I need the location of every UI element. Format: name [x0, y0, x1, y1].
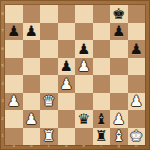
square-g5[interactable]: [110, 58, 128, 76]
square-f2[interactable]: ♝: [93, 110, 111, 128]
square-a6[interactable]: [5, 40, 23, 58]
piece-white-bishop-g1[interactable]: ♝: [112, 129, 125, 144]
square-g2[interactable]: ♟: [110, 110, 128, 128]
square-h7[interactable]: [128, 23, 146, 41]
square-h2[interactable]: [128, 110, 146, 128]
square-g8[interactable]: ♚: [110, 5, 128, 23]
square-h5[interactable]: [128, 58, 146, 76]
square-f5[interactable]: [93, 58, 111, 76]
square-a4[interactable]: [5, 75, 23, 93]
piece-white-pawn-e5[interactable]: ♟: [77, 59, 90, 74]
square-h1[interactable]: ♚: [128, 128, 146, 146]
square-e8[interactable]: [75, 5, 93, 23]
square-d8[interactable]: [58, 5, 76, 23]
piece-black-pawn-a7[interactable]: ♟: [7, 24, 20, 39]
square-d4[interactable]: ♟: [58, 75, 76, 93]
square-b8[interactable]: [23, 5, 41, 23]
piece-white-rook-c1[interactable]: ♜: [42, 129, 55, 144]
square-c7[interactable]: [40, 23, 58, 41]
piece-white-pawn-d4[interactable]: ♟: [60, 76, 73, 91]
square-h8[interactable]: [128, 5, 146, 23]
piece-white-king-h1[interactable]: ♚: [130, 129, 143, 144]
square-e3[interactable]: [75, 93, 93, 111]
square-d1[interactable]: [58, 128, 76, 146]
square-c5[interactable]: [40, 58, 58, 76]
square-b1[interactable]: [23, 128, 41, 146]
piece-black-bishop-f2[interactable]: ♝: [95, 111, 108, 126]
square-b3[interactable]: [23, 93, 41, 111]
square-d3[interactable]: [58, 93, 76, 111]
square-d5[interactable]: ♟: [58, 58, 76, 76]
square-c4[interactable]: [40, 75, 58, 93]
piece-white-pawn-h3[interactable]: ♟: [130, 94, 143, 109]
square-g6[interactable]: [110, 40, 128, 58]
square-h6[interactable]: ♟: [128, 40, 146, 58]
piece-white-pawn-g2[interactable]: ♟: [112, 111, 125, 126]
square-a1[interactable]: [5, 128, 23, 146]
piece-black-pawn-b7[interactable]: ♟: [25, 24, 38, 39]
square-g1[interactable]: ♝: [110, 128, 128, 146]
square-e2[interactable]: ♛: [75, 110, 93, 128]
square-f6[interactable]: [93, 40, 111, 58]
square-c1[interactable]: ♜: [40, 128, 58, 146]
square-a7[interactable]: ♟: [5, 23, 23, 41]
chess-board-screenshot: ♚♟♟♟♟♟♟♟♟♟♛♟♟♛♝♟♜♜♝♚ 87654321abcdefgh: [0, 0, 150, 150]
piece-black-pawn-h6[interactable]: ♟: [130, 41, 143, 56]
square-g7[interactable]: ♟: [110, 23, 128, 41]
square-e7[interactable]: [75, 23, 93, 41]
square-b5[interactable]: [23, 58, 41, 76]
square-f7[interactable]: [93, 23, 111, 41]
square-g3[interactable]: [110, 93, 128, 111]
square-d6[interactable]: [58, 40, 76, 58]
piece-white-pawn-a3[interactable]: ♟: [7, 94, 20, 109]
square-f1[interactable]: ♜: [93, 128, 111, 146]
piece-black-king-g8[interactable]: ♚: [112, 6, 125, 21]
piece-black-rook-f1[interactable]: ♜: [95, 129, 108, 144]
square-f8[interactable]: [93, 5, 111, 23]
square-a5[interactable]: [5, 58, 23, 76]
square-c3[interactable]: ♛: [40, 93, 58, 111]
square-b7[interactable]: ♟: [23, 23, 41, 41]
piece-black-pawn-d5[interactable]: ♟: [60, 59, 73, 74]
piece-black-queen-e2[interactable]: ♛: [77, 111, 90, 126]
square-e5[interactable]: ♟: [75, 58, 93, 76]
square-f3[interactable]: [93, 93, 111, 111]
square-b4[interactable]: [23, 75, 41, 93]
chess-board[interactable]: ♚♟♟♟♟♟♟♟♟♟♛♟♟♛♝♟♜♜♝♚: [5, 5, 145, 145]
piece-black-pawn-g7[interactable]: ♟: [112, 24, 125, 39]
square-a2[interactable]: [5, 110, 23, 128]
square-e6[interactable]: ♟: [75, 40, 93, 58]
square-b2[interactable]: ♟: [23, 110, 41, 128]
square-c6[interactable]: [40, 40, 58, 58]
piece-white-pawn-b2[interactable]: ♟: [25, 111, 38, 126]
square-h4[interactable]: [128, 75, 146, 93]
square-a8[interactable]: [5, 5, 23, 23]
square-c8[interactable]: [40, 5, 58, 23]
square-e1[interactable]: [75, 128, 93, 146]
square-c2[interactable]: [40, 110, 58, 128]
square-a3[interactable]: ♟: [5, 93, 23, 111]
square-g4[interactable]: [110, 75, 128, 93]
piece-black-pawn-e6[interactable]: ♟: [77, 41, 90, 56]
square-h3[interactable]: ♟: [128, 93, 146, 111]
square-f4[interactable]: [93, 75, 111, 93]
square-d2[interactable]: [58, 110, 76, 128]
square-e4[interactable]: [75, 75, 93, 93]
piece-white-queen-c3[interactable]: ♛: [42, 94, 55, 109]
square-b6[interactable]: [23, 40, 41, 58]
square-d7[interactable]: [58, 23, 76, 41]
